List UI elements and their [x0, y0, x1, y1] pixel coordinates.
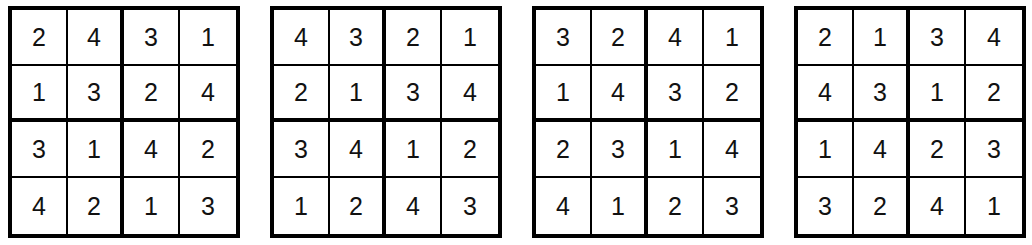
- board1-cell-r1c2[interactable]: 4: [68, 10, 124, 66]
- board2-cell-r2c2[interactable]: 1: [330, 66, 386, 122]
- sudoku-board-2: 4321213434121243: [270, 6, 502, 238]
- board1-cell-r2c2[interactable]: 3: [68, 66, 124, 122]
- board3-cell-r3c4[interactable]: 4: [704, 122, 760, 178]
- board4-cell-r3c1[interactable]: 1: [798, 122, 854, 178]
- board1-cell-r1c4[interactable]: 1: [180, 10, 236, 66]
- board4-cell-r2c1[interactable]: 4: [798, 66, 854, 122]
- board3-cell-r4c2[interactable]: 1: [592, 178, 648, 234]
- sudoku-board-1: 2431132431424213: [8, 6, 240, 238]
- board4-cell-r4c2[interactable]: 2: [854, 178, 910, 234]
- board4-cell-r3c3[interactable]: 2: [910, 122, 966, 178]
- board2-cell-r4c4[interactable]: 3: [442, 178, 498, 234]
- board3-cell-r2c4[interactable]: 2: [704, 66, 760, 122]
- board4-cell-r1c3[interactable]: 3: [910, 10, 966, 66]
- board1-cell-r4c4[interactable]: 3: [180, 178, 236, 234]
- board1-cell-r2c1[interactable]: 1: [12, 66, 68, 122]
- board3-cell-r4c4[interactable]: 3: [704, 178, 760, 234]
- board3-cell-r1c4[interactable]: 1: [704, 10, 760, 66]
- board4-cell-r3c4[interactable]: 3: [966, 122, 1022, 178]
- board1-cell-r3c4[interactable]: 2: [180, 122, 236, 178]
- board4-cell-r2c2[interactable]: 3: [854, 66, 910, 122]
- board1-cell-r1c3[interactable]: 3: [124, 10, 180, 66]
- board2-cell-r2c4[interactable]: 4: [442, 66, 498, 122]
- board3-cell-r4c3[interactable]: 2: [648, 178, 704, 234]
- board1-cell-r1c1[interactable]: 2: [12, 10, 68, 66]
- board3-cell-r2c3[interactable]: 3: [648, 66, 704, 122]
- board4-cell-r4c3[interactable]: 4: [910, 178, 966, 234]
- board4-cell-r1c1[interactable]: 2: [798, 10, 854, 66]
- board1-cell-r2c4[interactable]: 4: [180, 66, 236, 122]
- board2-cell-r1c3[interactable]: 2: [386, 10, 442, 66]
- board4-cell-r1c4[interactable]: 4: [966, 10, 1022, 66]
- board1-cell-r3c2[interactable]: 1: [68, 122, 124, 178]
- board2-cell-r3c1[interactable]: 3: [274, 122, 330, 178]
- board2-cell-r1c4[interactable]: 1: [442, 10, 498, 66]
- board4-cell-r1c2[interactable]: 1: [854, 10, 910, 66]
- sudoku-board-3: 3241143223144123: [532, 6, 764, 238]
- board2-cell-r2c1[interactable]: 2: [274, 66, 330, 122]
- board2-cell-r3c3[interactable]: 1: [386, 122, 442, 178]
- board3-cell-r3c2[interactable]: 3: [592, 122, 648, 178]
- board1-cell-r2c3[interactable]: 2: [124, 66, 180, 122]
- board3-cell-r3c3[interactable]: 1: [648, 122, 704, 178]
- board1-cell-r3c1[interactable]: 3: [12, 122, 68, 178]
- boards-row: 2431132431424213432121343412124332411432…: [0, 0, 1032, 238]
- board3-cell-r4c1[interactable]: 4: [536, 178, 592, 234]
- board3-cell-r3c1[interactable]: 2: [536, 122, 592, 178]
- board2-cell-r4c2[interactable]: 2: [330, 178, 386, 234]
- sudoku-board-4: 2134431214233241: [794, 6, 1026, 238]
- board2-cell-r3c4[interactable]: 2: [442, 122, 498, 178]
- board3-cell-r1c3[interactable]: 4: [648, 10, 704, 66]
- board2-cell-r3c2[interactable]: 4: [330, 122, 386, 178]
- board1-cell-r4c2[interactable]: 2: [68, 178, 124, 234]
- board2-cell-r4c1[interactable]: 1: [274, 178, 330, 234]
- board1-cell-r4c1[interactable]: 4: [12, 178, 68, 234]
- board2-cell-r1c2[interactable]: 3: [330, 10, 386, 66]
- board2-cell-r4c3[interactable]: 4: [386, 178, 442, 234]
- board3-cell-r2c1[interactable]: 1: [536, 66, 592, 122]
- board2-cell-r2c3[interactable]: 3: [386, 66, 442, 122]
- board4-cell-r4c1[interactable]: 3: [798, 178, 854, 234]
- board4-cell-r3c2[interactable]: 4: [854, 122, 910, 178]
- board1-cell-r3c3[interactable]: 4: [124, 122, 180, 178]
- board1-cell-r4c3[interactable]: 1: [124, 178, 180, 234]
- board4-cell-r4c4[interactable]: 1: [966, 178, 1022, 234]
- board2-cell-r1c1[interactable]: 4: [274, 10, 330, 66]
- board4-cell-r2c3[interactable]: 1: [910, 66, 966, 122]
- board3-cell-r1c1[interactable]: 3: [536, 10, 592, 66]
- board3-cell-r1c2[interactable]: 2: [592, 10, 648, 66]
- board3-cell-r2c2[interactable]: 4: [592, 66, 648, 122]
- board4-cell-r2c4[interactable]: 2: [966, 66, 1022, 122]
